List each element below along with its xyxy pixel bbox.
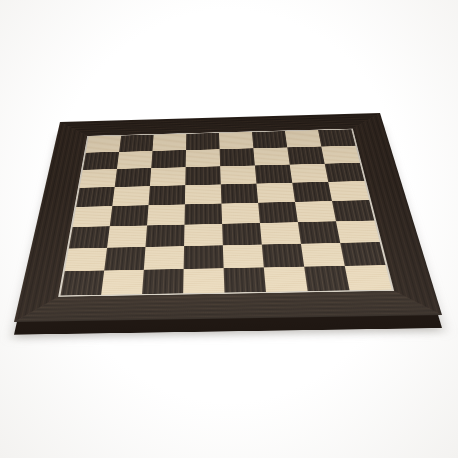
square-g4: [295, 201, 336, 222]
square-d6: [185, 166, 221, 185]
square-c5: [149, 185, 186, 205]
square-a6: [80, 169, 117, 188]
square-d4: [184, 204, 222, 225]
square-e6: [220, 165, 256, 184]
square-b3: [107, 225, 147, 247]
square-a8: [86, 136, 121, 153]
square-e4: [221, 203, 259, 224]
square-g5: [292, 182, 332, 202]
square-a4: [73, 206, 113, 227]
square-g8: [285, 130, 321, 147]
maple-inlay-line: [58, 129, 394, 297]
square-b6: [115, 168, 152, 187]
square-f3: [260, 222, 301, 244]
square-e2: [223, 245, 264, 269]
square-e7: [220, 148, 255, 166]
square-f5: [256, 183, 295, 203]
square-f4: [258, 202, 298, 223]
square-c2: [144, 246, 184, 270]
square-a3: [69, 226, 110, 248]
square-b5: [112, 186, 150, 206]
chessboard: [14, 113, 442, 322]
square-f6: [255, 165, 292, 184]
square-h1: [345, 265, 392, 290]
square-h2: [340, 242, 385, 266]
square-b2: [104, 247, 145, 271]
square-b1: [101, 270, 144, 295]
square-c6: [150, 167, 186, 186]
square-h8: [318, 129, 355, 146]
square-c3: [145, 225, 184, 247]
square-f7: [253, 147, 289, 165]
square-b7: [117, 151, 153, 169]
square-b8: [119, 135, 154, 152]
square-h7: [321, 146, 359, 164]
square-a7: [83, 152, 119, 170]
square-f8: [252, 131, 287, 148]
square-g2: [301, 243, 345, 267]
square-g3: [298, 221, 340, 243]
square-a5: [76, 187, 114, 207]
square-d1: [183, 268, 224, 293]
square-e8: [219, 132, 253, 149]
square-h3: [336, 220, 380, 242]
photo-background: [0, 0, 458, 458]
square-d8: [186, 133, 220, 150]
square-c1: [142, 269, 184, 294]
square-h5: [328, 181, 369, 201]
square-b4: [110, 205, 149, 226]
square-e1: [224, 267, 266, 292]
square-g7: [287, 147, 324, 165]
square-g6: [290, 164, 329, 183]
square-d7: [186, 149, 221, 167]
board-grid: [60, 129, 391, 295]
square-a1: [60, 270, 104, 295]
square-c4: [147, 204, 185, 225]
square-d3: [184, 224, 223, 246]
square-c8: [152, 134, 186, 151]
square-a2: [65, 248, 107, 272]
square-f1: [264, 267, 308, 292]
square-c7: [151, 150, 186, 168]
square-h4: [332, 200, 374, 221]
square-e3: [222, 223, 262, 245]
square-g1: [304, 266, 349, 291]
square-e5: [221, 184, 258, 204]
square-d2: [184, 245, 224, 269]
square-h6: [325, 163, 365, 182]
square-f2: [262, 244, 304, 268]
square-d5: [185, 184, 222, 204]
